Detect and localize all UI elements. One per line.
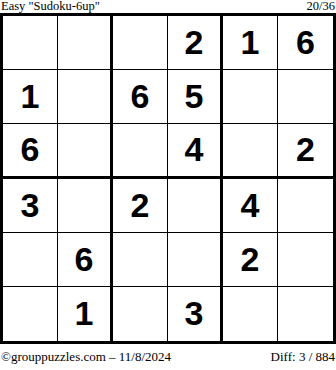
cell-r1c3[interactable]	[113, 16, 168, 70]
cell-r3c2[interactable]	[58, 124, 113, 178]
cell-r5c1[interactable]	[3, 233, 58, 287]
cell-r6c5[interactable]	[223, 287, 278, 341]
cell-r2c3: 6	[113, 70, 168, 124]
cell-r2c6[interactable]	[278, 70, 333, 124]
cell-r2c5[interactable]	[223, 70, 278, 124]
cell-r1c4: 2	[168, 16, 223, 70]
header: Easy "Sudoku-6up" 20/36	[0, 0, 336, 13]
cell-r5c4[interactable]	[168, 233, 223, 287]
cell-r5c5: 2	[223, 233, 278, 287]
cell-r1c2[interactable]	[58, 16, 113, 70]
copyright-date: ©grouppuzzles.com – 11/8/2024	[1, 349, 171, 364]
cell-r6c6[interactable]	[278, 287, 333, 341]
cell-r3c3[interactable]	[113, 124, 168, 178]
cell-r5c3[interactable]	[113, 233, 168, 287]
cell-r1c5: 1	[223, 16, 278, 70]
cell-r4c3: 2	[113, 179, 168, 233]
cell-r1c1[interactable]	[3, 16, 58, 70]
footer: ©grouppuzzles.com – 11/8/2024 Diff: 3 / …	[0, 349, 336, 364]
cell-r3c1: 6	[3, 124, 58, 178]
cell-r3c5[interactable]	[223, 124, 278, 178]
cell-r2c4: 5	[168, 70, 223, 124]
cell-r4c1: 3	[3, 179, 58, 233]
sudoku-board: 2161656423246213	[0, 13, 336, 344]
cell-r5c6[interactable]	[278, 233, 333, 287]
cell-r6c3[interactable]	[113, 287, 168, 341]
cell-r6c2: 1	[58, 287, 113, 341]
cell-r4c4[interactable]	[168, 179, 223, 233]
cell-r4c2[interactable]	[58, 179, 113, 233]
cell-r2c1: 1	[3, 70, 58, 124]
cell-r6c4: 3	[168, 287, 223, 341]
cell-r4c5: 4	[223, 179, 278, 233]
givens-counter: 20/36	[307, 0, 335, 13]
cell-r5c2: 6	[58, 233, 113, 287]
cell-r3c6: 2	[278, 124, 333, 178]
cell-r1c6: 6	[278, 16, 333, 70]
cell-r4c6[interactable]	[278, 179, 333, 233]
cell-r2c2[interactable]	[58, 70, 113, 124]
cell-r3c4: 4	[168, 124, 223, 178]
puzzle-title: Easy "Sudoku-6up"	[1, 0, 100, 13]
sudoku-page: Easy "Sudoku-6up" 20/36 2161656423246213…	[0, 0, 336, 370]
difficulty-label: Diff: 3 / 884	[271, 349, 335, 364]
cell-r6c1[interactable]	[3, 287, 58, 341]
